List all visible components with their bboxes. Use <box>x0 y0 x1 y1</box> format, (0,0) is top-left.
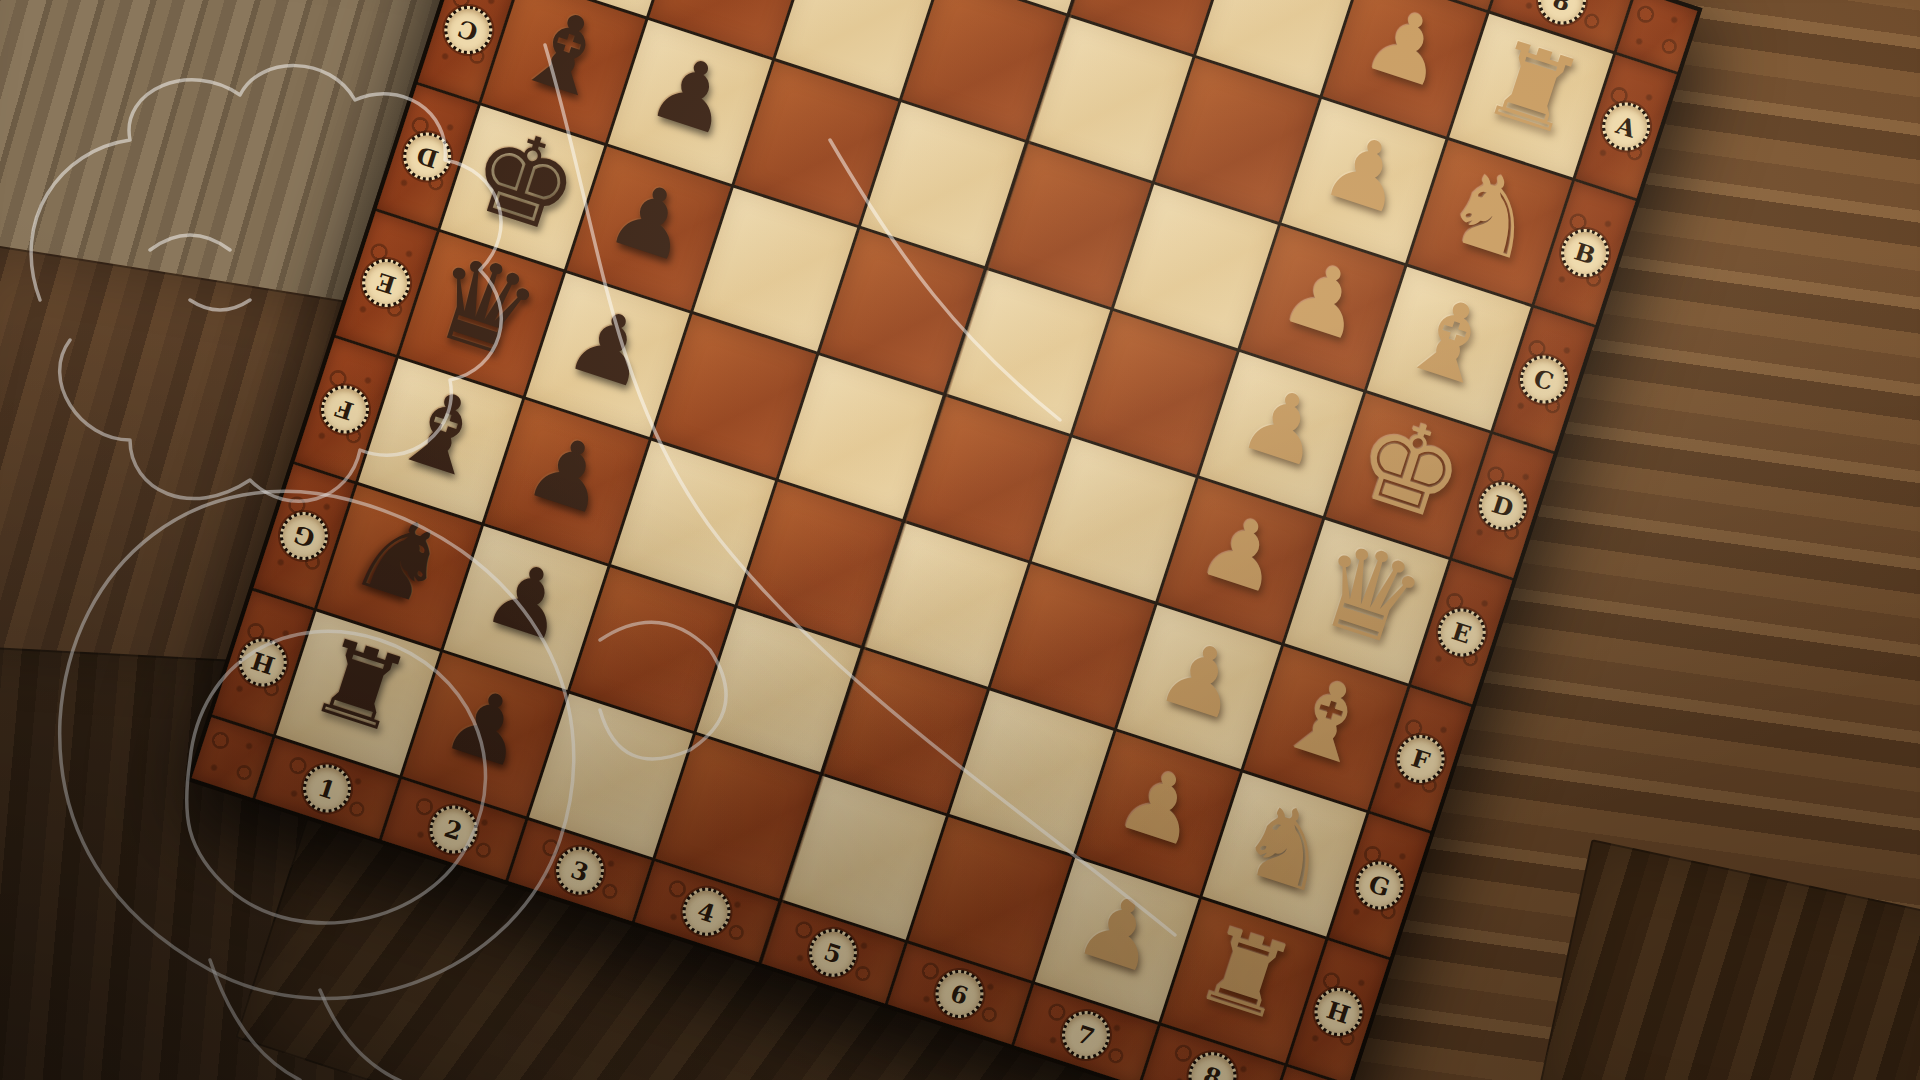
coordinate-label: 2 <box>423 799 483 859</box>
piece-dark-pawn-e2[interactable]: ♟ <box>558 292 663 403</box>
piece-light-pawn-e7[interactable]: ♟ <box>1190 498 1295 609</box>
piece-light-rook-a8[interactable]: ♜ <box>1473 24 1594 152</box>
piece-light-pawn-a7[interactable]: ♟ <box>1355 0 1460 102</box>
coordinate-label: C <box>438 0 498 60</box>
piece-dark-bishop-f1[interactable]: ♝ <box>382 369 503 497</box>
coordinate-label: 5 <box>803 923 863 983</box>
piece-light-bishop-f8[interactable]: ♝ <box>1268 657 1389 785</box>
photo-scene: 12345678A♟♜AB♟♞BC♝♟♟♝CD♚♟♟♚DE♛♟♟♛EF♝♟♟♝F… <box>0 0 1920 1080</box>
coordinate-label: A <box>1596 96 1656 156</box>
piece-light-pawn-b7[interactable]: ♟ <box>1314 118 1419 229</box>
piece-light-knight-g8[interactable]: ♞ <box>1227 783 1348 911</box>
coordinate-label: B <box>1555 223 1615 283</box>
coordinate-label: 3 <box>550 840 610 900</box>
piece-light-pawn-c7[interactable]: ♟ <box>1273 245 1378 356</box>
piece-light-queen-e8[interactable]: ♛ <box>1301 522 1438 667</box>
coordinate-label: C <box>1514 349 1574 409</box>
coordinate-label: G <box>1349 855 1409 915</box>
piece-dark-pawn-g2[interactable]: ♟ <box>476 545 581 656</box>
piece-light-pawn-d7[interactable]: ♟ <box>1231 371 1336 482</box>
piece-dark-pawn-d2[interactable]: ♟ <box>599 166 704 277</box>
piece-dark-bishop-c1[interactable]: ♝ <box>505 0 626 117</box>
piece-light-bishop-c8[interactable]: ♝ <box>1391 277 1512 405</box>
piece-light-pawn-g7[interactable]: ♟ <box>1108 751 1213 862</box>
coordinate-label: G <box>274 506 334 566</box>
coordinate-label: D <box>1473 476 1533 536</box>
coordinate-label: 1 <box>297 758 357 818</box>
coordinate-label: D <box>397 126 457 186</box>
piece-dark-rook-h1[interactable]: ♜ <box>300 622 421 750</box>
coordinate-label: H <box>233 632 293 692</box>
piece-dark-queen-e1[interactable]: ♛ <box>415 234 552 379</box>
piece-dark-pawn-c2[interactable]: ♟ <box>640 39 745 150</box>
piece-light-knight-b8[interactable]: ♞ <box>1432 151 1553 279</box>
piece-light-pawn-f7[interactable]: ♟ <box>1149 624 1254 735</box>
coordinate-label: F <box>315 379 375 439</box>
coordinate-label: E <box>1432 602 1492 662</box>
coordinate-label: 4 <box>676 882 736 942</box>
coordinate-label: 8 <box>1182 1046 1242 1080</box>
piece-dark-knight-g1[interactable]: ♞ <box>341 495 462 623</box>
piece-light-rook-h8[interactable]: ♜ <box>1185 910 1306 1038</box>
coordinate-label: E <box>356 253 416 313</box>
piece-dark-pawn-h2[interactable]: ♟ <box>435 672 540 783</box>
coordinate-label: 7 <box>1056 1005 1116 1065</box>
coordinate-label: H <box>1308 982 1368 1042</box>
coordinate-label: F <box>1390 729 1450 789</box>
coordinate-label: 6 <box>929 964 989 1024</box>
piece-dark-pawn-f2[interactable]: ♟ <box>517 419 622 530</box>
piece-light-pawn-h7[interactable]: ♟ <box>1067 877 1172 988</box>
